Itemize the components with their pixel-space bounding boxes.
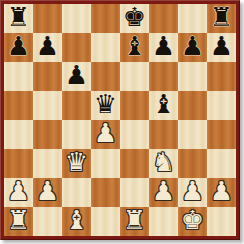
square-e6[interactable] xyxy=(120,62,149,91)
square-h1[interactable] xyxy=(207,207,236,236)
chess-board: ♜♚♜♟♟♝♟♟♟♟♛♝♟♛♞♟♟♟♟♟♜♝♜♚ xyxy=(0,0,240,240)
square-b5[interactable] xyxy=(33,91,62,120)
square-b6[interactable] xyxy=(33,62,62,91)
white-pawn: ♟ xyxy=(152,178,175,206)
square-b7[interactable]: ♟ xyxy=(33,33,62,62)
black-bishop: ♝ xyxy=(152,91,175,119)
square-h4[interactable] xyxy=(207,120,236,149)
square-b3[interactable] xyxy=(33,149,62,178)
square-g3[interactable] xyxy=(178,149,207,178)
white-rook: ♜ xyxy=(123,207,146,235)
square-f2[interactable]: ♟ xyxy=(149,178,178,207)
square-d1[interactable] xyxy=(91,207,120,236)
square-e7[interactable]: ♝ xyxy=(120,33,149,62)
square-g6[interactable] xyxy=(178,62,207,91)
square-c1[interactable]: ♝ xyxy=(62,207,91,236)
square-a8[interactable]: ♜ xyxy=(4,4,33,33)
square-h6[interactable] xyxy=(207,62,236,91)
white-rook: ♜ xyxy=(7,207,30,235)
square-e8[interactable]: ♚ xyxy=(120,4,149,33)
square-b2[interactable]: ♟ xyxy=(33,178,62,207)
square-a1[interactable]: ♜ xyxy=(4,207,33,236)
square-h7[interactable]: ♟ xyxy=(207,33,236,62)
square-h5[interactable] xyxy=(207,91,236,120)
square-a7[interactable]: ♟ xyxy=(4,33,33,62)
square-d5[interactable]: ♛ xyxy=(91,91,120,120)
white-pawn: ♟ xyxy=(7,178,30,206)
square-a5[interactable] xyxy=(4,91,33,120)
white-pawn: ♟ xyxy=(181,178,204,206)
square-g5[interactable] xyxy=(178,91,207,120)
square-f1[interactable] xyxy=(149,207,178,236)
white-king: ♚ xyxy=(181,207,204,235)
square-a3[interactable] xyxy=(4,149,33,178)
square-d8[interactable] xyxy=(91,4,120,33)
square-d7[interactable] xyxy=(91,33,120,62)
square-h3[interactable] xyxy=(207,149,236,178)
square-b8[interactable] xyxy=(33,4,62,33)
square-c3[interactable]: ♛ xyxy=(62,149,91,178)
white-pawn: ♟ xyxy=(36,178,59,206)
black-queen: ♛ xyxy=(94,91,117,119)
square-a4[interactable] xyxy=(4,120,33,149)
square-d3[interactable] xyxy=(91,149,120,178)
square-f6[interactable] xyxy=(149,62,178,91)
white-queen: ♛ xyxy=(65,149,88,177)
black-pawn: ♟ xyxy=(7,33,30,61)
white-pawn: ♟ xyxy=(210,178,233,206)
square-e1[interactable]: ♜ xyxy=(120,207,149,236)
black-rook: ♜ xyxy=(7,4,30,32)
square-b4[interactable] xyxy=(33,120,62,149)
square-a6[interactable] xyxy=(4,62,33,91)
square-c6[interactable]: ♟ xyxy=(62,62,91,91)
chess-board-grid: ♜♚♜♟♟♝♟♟♟♟♛♝♟♛♞♟♟♟♟♟♜♝♜♚ xyxy=(4,4,236,236)
square-f4[interactable] xyxy=(149,120,178,149)
square-e2[interactable] xyxy=(120,178,149,207)
white-knight: ♞ xyxy=(152,149,175,177)
square-c8[interactable] xyxy=(62,4,91,33)
square-g1[interactable]: ♚ xyxy=(178,207,207,236)
square-d4[interactable]: ♟ xyxy=(91,120,120,149)
black-pawn: ♟ xyxy=(152,33,175,61)
square-c2[interactable] xyxy=(62,178,91,207)
square-d2[interactable] xyxy=(91,178,120,207)
square-f8[interactable] xyxy=(149,4,178,33)
square-e3[interactable] xyxy=(120,149,149,178)
square-b1[interactable] xyxy=(33,207,62,236)
square-g4[interactable] xyxy=(178,120,207,149)
square-h8[interactable]: ♜ xyxy=(207,4,236,33)
square-c4[interactable] xyxy=(62,120,91,149)
square-c5[interactable] xyxy=(62,91,91,120)
white-pawn: ♟ xyxy=(94,120,117,148)
square-f5[interactable]: ♝ xyxy=(149,91,178,120)
black-rook: ♜ xyxy=(210,4,233,32)
square-e5[interactable] xyxy=(120,91,149,120)
black-bishop: ♝ xyxy=(123,33,146,61)
square-c7[interactable] xyxy=(62,33,91,62)
square-g7[interactable]: ♟ xyxy=(178,33,207,62)
black-pawn: ♟ xyxy=(181,33,204,61)
black-pawn: ♟ xyxy=(210,33,233,61)
black-pawn: ♟ xyxy=(65,62,88,90)
square-d6[interactable] xyxy=(91,62,120,91)
black-king: ♚ xyxy=(123,4,146,32)
square-a2[interactable]: ♟ xyxy=(4,178,33,207)
square-f3[interactable]: ♞ xyxy=(149,149,178,178)
white-bishop: ♝ xyxy=(65,207,88,235)
square-g8[interactable] xyxy=(178,4,207,33)
square-h2[interactable]: ♟ xyxy=(207,178,236,207)
square-g2[interactable]: ♟ xyxy=(178,178,207,207)
square-f7[interactable]: ♟ xyxy=(149,33,178,62)
square-e4[interactable] xyxy=(120,120,149,149)
black-pawn: ♟ xyxy=(36,33,59,61)
